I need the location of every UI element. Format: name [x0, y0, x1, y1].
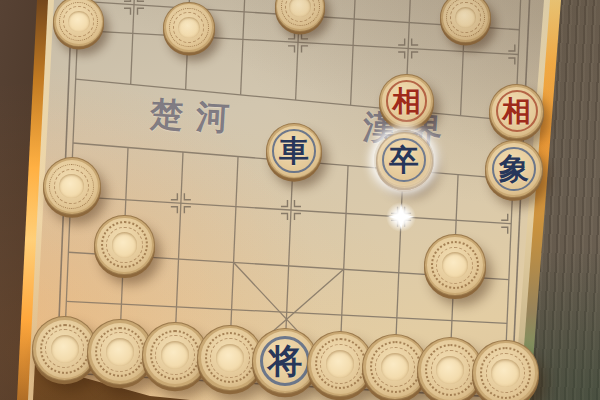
hidden-piece-f1r7[interactable]: [94, 215, 155, 276]
game-screen: 楚河 漢界 相相車卒象将: [0, 0, 600, 400]
piece-相-f8r4[interactable]: 相: [489, 84, 544, 139]
piece-相-f6r4[interactable]: 相: [379, 74, 434, 129]
piece-象-f8r5[interactable]: 象: [485, 140, 543, 198]
hidden-piece-f0r6[interactable]: [43, 157, 101, 215]
hidden-piece-f8r9[interactable]: [472, 340, 538, 400]
piece-車-f4r5[interactable]: 車: [266, 123, 323, 180]
hidden-piece-f7r7[interactable]: [424, 234, 486, 296]
last-move-marker: [384, 200, 418, 234]
piece-卒-f6r5[interactable]: 卒: [376, 132, 433, 189]
hidden-piece-f2r3[interactable]: [163, 2, 215, 54]
river-label-chu-he: 楚河: [149, 92, 244, 142]
